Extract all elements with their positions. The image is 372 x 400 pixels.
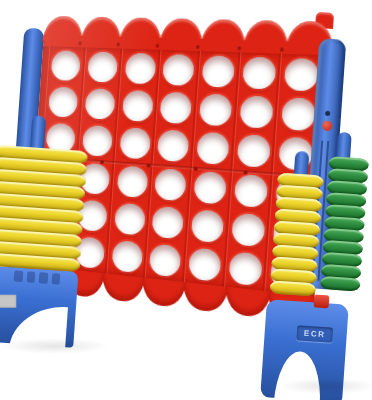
hole (283, 58, 318, 91)
red-clip (314, 294, 330, 308)
seam-hole (194, 166, 198, 170)
cell-r6c6[interactable] (224, 247, 268, 291)
cell-r1c5[interactable] (197, 51, 240, 91)
cell-r1c2[interactable] (83, 47, 123, 86)
hole (234, 173, 268, 207)
hole (196, 132, 229, 165)
cell-r2c4[interactable] (155, 88, 197, 128)
hole (124, 52, 156, 84)
brand-badge: ECR (296, 325, 333, 342)
cell-r5c5[interactable] (186, 205, 229, 247)
hole (194, 171, 227, 205)
cell-r2c2[interactable] (80, 84, 120, 123)
cell-r5c4[interactable] (147, 202, 189, 244)
hole (281, 97, 316, 131)
hole (119, 127, 151, 159)
cell-r5c6[interactable] (226, 208, 270, 251)
seam-hole (100, 160, 104, 164)
seam-hole (243, 170, 247, 174)
hole (237, 134, 271, 168)
hole (239, 95, 273, 128)
cell-r6c3[interactable] (107, 236, 148, 278)
bottom-scallop (101, 273, 144, 303)
hole (87, 51, 118, 82)
ring-stack-left-yellow (0, 146, 88, 272)
cell-r1c1[interactable] (47, 46, 86, 84)
hole (48, 86, 78, 117)
cell-r5c3[interactable] (110, 199, 151, 240)
screw-icon (325, 111, 330, 116)
hole (163, 54, 196, 86)
seam-hole (146, 163, 150, 167)
hole (51, 50, 81, 81)
cell-r2c1[interactable] (44, 83, 83, 122)
hole (188, 248, 221, 283)
cell-r2c3[interactable] (117, 86, 158, 126)
hole (111, 240, 143, 274)
cell-r1c6[interactable] (237, 52, 281, 93)
hole (191, 209, 224, 243)
hole (155, 168, 188, 201)
hole (228, 252, 262, 287)
cell-r3c5[interactable] (192, 128, 235, 169)
hole (160, 92, 193, 124)
cell-r4c3[interactable] (112, 161, 153, 202)
hole (117, 165, 149, 198)
cell-r1c3[interactable] (120, 49, 161, 88)
green-ring[interactable] (320, 276, 361, 292)
hole (85, 88, 116, 120)
cell-r2c5[interactable] (194, 90, 237, 131)
hole (231, 213, 265, 248)
product-photo-stage: ECR (0, 0, 372, 400)
ring-stack-right-green (320, 157, 369, 291)
cell-r4c4[interactable] (150, 164, 192, 205)
cell-r3c6[interactable] (232, 130, 276, 172)
bottom-scallop (224, 287, 271, 319)
hole (242, 56, 276, 89)
ground-shadow (278, 378, 372, 394)
label-sticker (0, 295, 16, 308)
bottom-scallop (182, 282, 228, 313)
cell-r3c3[interactable] (115, 124, 156, 164)
leg-ribs (14, 270, 61, 284)
red-knob-icon (322, 121, 333, 132)
cell-r6c5[interactable] (184, 244, 227, 287)
hole (114, 203, 146, 236)
ground-shadow (0, 338, 110, 354)
cell-r6c4[interactable] (145, 240, 187, 282)
hole (199, 93, 233, 126)
cell-r1c4[interactable] (158, 50, 200, 90)
hole (157, 130, 190, 163)
ring-stack-right-yellow (269, 174, 323, 297)
bottom-scallop (141, 278, 186, 309)
hole (122, 90, 154, 122)
cell-r4c6[interactable] (229, 169, 273, 211)
hole (152, 206, 185, 240)
hole (149, 244, 182, 278)
left-leg (0, 265, 78, 348)
cell-r3c4[interactable] (153, 126, 195, 167)
hole (202, 55, 236, 88)
cell-r4c5[interactable] (189, 167, 232, 209)
cell-r2c6[interactable] (235, 91, 279, 132)
